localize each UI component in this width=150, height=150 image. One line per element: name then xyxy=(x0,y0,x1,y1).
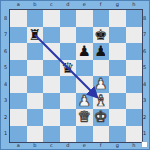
square-b3[interactable] xyxy=(27,93,44,110)
square-a5[interactable] xyxy=(10,60,27,77)
square-g1[interactable] xyxy=(109,126,126,143)
file-label-g: g xyxy=(109,2,126,9)
square-d1[interactable] xyxy=(60,126,77,143)
square-c4[interactable] xyxy=(43,76,60,93)
square-a1[interactable] xyxy=(10,126,27,143)
chess-board-window: abcdefgh abcdefgh 87654321 87654321 ♜♚♟♟… xyxy=(0,0,150,150)
square-a4[interactable] xyxy=(10,76,27,93)
square-g3[interactable] xyxy=(109,93,126,110)
square-f5[interactable] xyxy=(93,60,110,77)
black-rook: ♜ xyxy=(28,26,41,43)
square-f2[interactable]: ♚ xyxy=(93,109,110,126)
rank-label-1: 1 xyxy=(2,126,9,143)
square-d4[interactable] xyxy=(60,76,77,93)
square-f4[interactable]: ♟ xyxy=(93,76,110,93)
file-label-h: h xyxy=(126,2,143,9)
square-e8[interactable] xyxy=(76,10,93,27)
rank-label-8: 8 xyxy=(2,10,9,27)
square-b4[interactable] xyxy=(27,76,44,93)
rank-label-8: 8 xyxy=(141,10,148,27)
black-king: ♚ xyxy=(94,26,107,43)
square-d3[interactable] xyxy=(60,93,77,110)
square-e2[interactable]: ♛ xyxy=(76,109,93,126)
black-pawn: ♟ xyxy=(78,43,91,60)
white-king: ♚ xyxy=(94,109,107,126)
square-a6[interactable] xyxy=(10,43,27,60)
rank-label-6: 6 xyxy=(2,43,9,60)
square-h3[interactable] xyxy=(126,93,143,110)
square-a7[interactable] xyxy=(10,27,27,44)
file-label-b: b xyxy=(27,143,44,148)
file-labels-top: abcdefgh xyxy=(10,2,142,9)
file-label-g: g xyxy=(109,143,126,148)
square-a8[interactable] xyxy=(10,10,27,27)
square-b7[interactable]: ♜ xyxy=(27,27,44,44)
file-label-f: f xyxy=(93,143,110,148)
file-label-f: f xyxy=(93,2,110,9)
square-f3[interactable]: ♝ xyxy=(93,93,110,110)
square-e6[interactable]: ♟ xyxy=(76,43,93,60)
square-e3[interactable]: ♟ xyxy=(76,93,93,110)
file-label-e: e xyxy=(76,2,93,9)
file-label-h: h xyxy=(126,143,143,148)
square-f6[interactable]: ♟ xyxy=(93,43,110,60)
file-label-a: a xyxy=(10,143,27,148)
square-h6[interactable] xyxy=(126,43,143,60)
square-g6[interactable] xyxy=(109,43,126,60)
square-h1[interactable] xyxy=(126,126,143,143)
square-c3[interactable] xyxy=(43,93,60,110)
rank-labels-left: 87654321 xyxy=(2,10,9,142)
file-label-c: c xyxy=(43,143,60,148)
rank-label-5: 5 xyxy=(2,60,9,77)
rank-label-7: 7 xyxy=(2,27,9,44)
square-d6[interactable] xyxy=(60,43,77,60)
white-to-move-indicator xyxy=(142,142,147,147)
square-h5[interactable] xyxy=(126,60,143,77)
square-e4[interactable] xyxy=(76,76,93,93)
square-b8[interactable] xyxy=(27,10,44,27)
black-queen: ♛ xyxy=(61,59,74,76)
white-pawn: ♟ xyxy=(94,76,107,93)
square-c6[interactable] xyxy=(43,43,60,60)
rank-label-3: 3 xyxy=(141,93,148,110)
board-frame: abcdefgh abcdefgh 87654321 87654321 ♜♚♟♟… xyxy=(1,1,149,149)
square-c8[interactable] xyxy=(43,10,60,27)
square-b5[interactable] xyxy=(27,60,44,77)
square-e7[interactable] xyxy=(76,27,93,44)
square-c1[interactable] xyxy=(43,126,60,143)
square-b1[interactable] xyxy=(27,126,44,143)
square-h4[interactable] xyxy=(126,76,143,93)
square-b6[interactable] xyxy=(27,43,44,60)
rank-label-5: 5 xyxy=(141,60,148,77)
file-label-e: e xyxy=(76,143,93,148)
file-label-b: b xyxy=(27,2,44,9)
square-e1[interactable] xyxy=(76,126,93,143)
rank-label-3: 3 xyxy=(2,93,9,110)
board-grid: ♜♚♟♟♛♟♟♝♛♚ xyxy=(10,10,142,142)
white-bishop: ♝ xyxy=(94,92,107,109)
file-label-d: d xyxy=(60,143,77,148)
rank-label-4: 4 xyxy=(141,76,148,93)
rank-label-2: 2 xyxy=(2,109,9,126)
rank-label-6: 6 xyxy=(141,43,148,60)
file-label-a: a xyxy=(10,2,27,9)
square-f7[interactable]: ♚ xyxy=(93,27,110,44)
rank-label-4: 4 xyxy=(2,76,9,93)
square-d7[interactable] xyxy=(60,27,77,44)
rank-label-2: 2 xyxy=(141,109,148,126)
white-queen: ♛ xyxy=(78,109,91,126)
file-label-c: c xyxy=(43,2,60,9)
file-labels-bottom: abcdefgh xyxy=(10,141,142,148)
square-g8[interactable] xyxy=(109,10,126,27)
square-e5[interactable] xyxy=(76,60,93,77)
rank-label-1: 1 xyxy=(141,126,148,143)
square-h8[interactable] xyxy=(126,10,143,27)
square-a2[interactable] xyxy=(10,109,27,126)
rank-labels-right: 87654321 xyxy=(141,10,148,142)
square-f8[interactable] xyxy=(93,10,110,27)
square-f1[interactable] xyxy=(93,126,110,143)
square-a3[interactable] xyxy=(10,93,27,110)
square-g2[interactable] xyxy=(109,109,126,126)
square-d2[interactable] xyxy=(60,109,77,126)
square-g4[interactable] xyxy=(109,76,126,93)
square-g5[interactable] xyxy=(109,60,126,77)
square-b2[interactable] xyxy=(27,109,44,126)
square-g7[interactable] xyxy=(109,27,126,44)
black-pawn: ♟ xyxy=(94,43,107,60)
square-h7[interactable] xyxy=(126,27,143,44)
white-pawn: ♟ xyxy=(78,92,91,109)
square-c5[interactable] xyxy=(43,60,60,77)
square-c7[interactable] xyxy=(43,27,60,44)
rank-label-7: 7 xyxy=(141,27,148,44)
square-d5[interactable]: ♛ xyxy=(60,60,77,77)
square-c2[interactable] xyxy=(43,109,60,126)
square-d8[interactable] xyxy=(60,10,77,27)
file-label-d: d xyxy=(60,2,77,9)
square-h2[interactable] xyxy=(126,109,143,126)
